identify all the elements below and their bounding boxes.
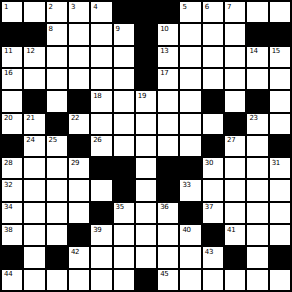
white-cell-r2c12[interactable]: 15 — [270, 47, 290, 67]
clue-number-41: 41 — [227, 226, 235, 234]
black-cell-r1c6 — [136, 24, 156, 44]
white-cell-r1c5[interactable]: 9 — [114, 24, 134, 44]
white-cell-r9c9[interactable]: 37 — [203, 203, 223, 223]
white-cell-r9c6[interactable] — [136, 203, 156, 223]
clue-number-34: 34 — [4, 203, 12, 211]
white-cell-r1c10[interactable] — [225, 24, 245, 44]
white-cell-r2c2[interactable] — [47, 47, 67, 67]
white-cell-r10c5[interactable] — [114, 225, 134, 245]
white-cell-r0c0[interactable]: 1 — [2, 2, 22, 22]
clue-number-24: 24 — [26, 136, 34, 144]
black-cell-r7c7 — [158, 158, 178, 178]
white-cell-r8c6[interactable] — [136, 180, 156, 200]
black-cell-r5c2 — [47, 114, 67, 134]
clue-number-30: 30 — [205, 159, 213, 167]
white-cell-r5c5[interactable] — [114, 114, 134, 134]
white-cell-r9c10[interactable] — [225, 203, 245, 223]
black-cell-r7c4 — [91, 158, 111, 178]
white-cell-r4c7[interactable] — [158, 91, 178, 111]
black-cell-r5c10 — [225, 114, 245, 134]
clue-number-8: 8 — [49, 25, 53, 33]
white-cell-r11c6[interactable] — [136, 247, 156, 267]
white-cell-r3c10[interactable] — [225, 69, 245, 89]
white-cell-r8c4[interactable] — [91, 180, 111, 200]
clue-number-3: 3 — [71, 3, 75, 11]
black-cell-r6c9 — [203, 136, 223, 156]
white-cell-r9c0[interactable]: 34 — [2, 203, 22, 223]
clue-number-6: 6 — [205, 3, 209, 11]
white-cell-r7c11[interactable] — [247, 158, 267, 178]
black-cell-r4c3 — [69, 91, 89, 111]
white-cell-r3c3[interactable] — [69, 69, 89, 89]
clue-number-40: 40 — [182, 226, 190, 234]
black-cell-r6c12 — [270, 136, 290, 156]
clue-number-39: 39 — [93, 226, 101, 234]
white-cell-r2c11[interactable]: 14 — [247, 47, 267, 67]
clue-number-9: 9 — [116, 25, 120, 33]
white-cell-r11c1[interactable] — [24, 247, 44, 267]
black-cell-r0c6 — [136, 2, 156, 22]
white-cell-r3c5[interactable] — [114, 69, 134, 89]
white-cell-r2c0[interactable]: 11 — [2, 47, 22, 67]
clue-number-27: 27 — [227, 136, 235, 144]
clue-number-11: 11 — [4, 47, 12, 55]
white-cell-r12c10[interactable] — [225, 270, 245, 290]
white-cell-r9c3[interactable] — [69, 203, 89, 223]
black-cell-r7c5 — [114, 158, 134, 178]
clue-number-36: 36 — [160, 203, 168, 211]
black-cell-r0c5 — [114, 2, 134, 22]
white-cell-r3c2[interactable] — [47, 69, 67, 89]
white-cell-r0c11[interactable] — [247, 2, 267, 22]
white-cell-r12c9[interactable] — [203, 270, 223, 290]
clue-number-32: 32 — [4, 181, 12, 189]
clue-number-12: 12 — [26, 47, 34, 55]
white-cell-r8c3[interactable] — [69, 180, 89, 200]
white-cell-r10c2[interactable] — [47, 225, 67, 245]
white-cell-r7c1[interactable] — [24, 158, 44, 178]
black-cell-r4c11 — [247, 91, 267, 111]
clue-number-14: 14 — [249, 47, 257, 55]
white-cell-r9c12[interactable] — [270, 203, 290, 223]
white-cell-r0c2[interactable]: 2 — [47, 2, 67, 22]
clue-number-23: 23 — [249, 114, 257, 122]
clue-number-19: 19 — [138, 92, 146, 100]
black-cell-r11c0 — [2, 247, 22, 267]
white-cell-r11c11[interactable] — [247, 247, 267, 267]
clue-number-1: 1 — [4, 3, 8, 11]
black-cell-r3c6 — [136, 69, 156, 89]
white-cell-r11c5[interactable] — [114, 247, 134, 267]
white-cell-r8c11[interactable] — [247, 180, 267, 200]
clue-number-43: 43 — [205, 248, 213, 256]
crossword-board: 1234567891011121314151617181920212223242… — [0, 0, 292, 292]
black-cell-r10c9 — [203, 225, 223, 245]
clue-number-13: 13 — [160, 47, 168, 55]
clue-number-16: 16 — [4, 69, 12, 77]
white-cell-r8c1[interactable] — [24, 180, 44, 200]
white-cell-r10c7[interactable] — [158, 225, 178, 245]
white-cell-r12c1[interactable] — [24, 270, 44, 290]
white-cell-r5c6[interactable] — [136, 114, 156, 134]
clue-number-20: 20 — [4, 114, 12, 122]
white-cell-r12c2[interactable] — [47, 270, 67, 290]
black-cell-r2c6 — [136, 47, 156, 67]
white-cell-r6c11[interactable] — [247, 136, 267, 156]
clue-number-26: 26 — [93, 136, 101, 144]
white-cell-r12c4[interactable] — [91, 270, 111, 290]
white-cell-r0c9[interactable]: 6 — [203, 2, 223, 22]
clue-number-7: 7 — [227, 3, 231, 11]
white-cell-r2c9[interactable] — [203, 47, 223, 67]
clue-number-15: 15 — [272, 47, 280, 55]
white-cell-r8c2[interactable] — [47, 180, 67, 200]
black-cell-r9c8 — [180, 203, 200, 223]
white-cell-r5c4[interactable] — [91, 114, 111, 134]
white-cell-r6c4[interactable]: 26 — [91, 136, 111, 156]
white-cell-r11c8[interactable] — [180, 247, 200, 267]
black-cell-r12c6 — [136, 270, 156, 290]
white-cell-r5c3[interactable]: 22 — [69, 114, 89, 134]
black-cell-r1c12 — [270, 24, 290, 44]
clue-number-28: 28 — [4, 159, 12, 167]
white-cell-r1c4[interactable] — [91, 24, 111, 44]
white-cell-r1c2[interactable]: 8 — [47, 24, 67, 44]
black-cell-r10c3 — [69, 225, 89, 245]
white-cell-r10c12[interactable] — [270, 225, 290, 245]
white-cell-r5c7[interactable] — [158, 114, 178, 134]
white-cell-r12c5[interactable] — [114, 270, 134, 290]
clue-number-38: 38 — [4, 226, 12, 234]
white-cell-r12c8[interactable] — [180, 270, 200, 290]
black-cell-r11c2 — [47, 247, 67, 267]
white-cell-r1c7[interactable]: 10 — [158, 24, 178, 44]
clue-number-31: 31 — [272, 159, 280, 167]
white-cell-r7c10[interactable] — [225, 158, 245, 178]
clue-number-22: 22 — [71, 114, 79, 122]
white-cell-r0c10[interactable]: 7 — [225, 2, 245, 22]
clue-number-29: 29 — [71, 159, 79, 167]
white-cell-r9c2[interactable] — [47, 203, 67, 223]
white-cell-r5c1[interactable]: 21 — [24, 114, 44, 134]
white-cell-r9c7[interactable]: 36 — [158, 203, 178, 223]
white-cell-r10c10[interactable]: 41 — [225, 225, 245, 245]
white-cell-r0c8[interactable]: 5 — [180, 2, 200, 22]
white-cell-r3c8[interactable] — [180, 69, 200, 89]
white-cell-r10c1[interactable] — [24, 225, 44, 245]
white-cell-r4c2[interactable] — [47, 91, 67, 111]
clue-number-4: 4 — [93, 3, 97, 11]
white-cell-r7c12[interactable]: 31 — [270, 158, 290, 178]
white-cell-r7c3[interactable]: 29 — [69, 158, 89, 178]
black-cell-r7c8 — [180, 158, 200, 178]
clue-number-21: 21 — [26, 114, 34, 122]
white-cell-r7c9[interactable]: 30 — [203, 158, 223, 178]
white-cell-r2c10[interactable] — [225, 47, 245, 67]
white-cell-r0c12[interactable] — [270, 2, 290, 22]
white-cell-r8c10[interactable] — [225, 180, 245, 200]
white-cell-r12c11[interactable] — [247, 270, 267, 290]
white-cell-r5c8[interactable] — [180, 114, 200, 134]
white-cell-r0c4[interactable]: 4 — [91, 2, 111, 22]
clue-number-35: 35 — [116, 203, 124, 211]
white-cell-r9c11[interactable] — [247, 203, 267, 223]
white-cell-r1c3[interactable] — [69, 24, 89, 44]
white-cell-r10c8[interactable]: 40 — [180, 225, 200, 245]
clue-number-10: 10 — [160, 25, 168, 33]
white-cell-r2c7[interactable]: 13 — [158, 47, 178, 67]
white-cell-r11c4[interactable] — [91, 247, 111, 267]
white-cell-r4c10[interactable] — [225, 91, 245, 111]
white-cell-r0c1[interactable] — [24, 2, 44, 22]
white-cell-r5c11[interactable]: 23 — [247, 114, 267, 134]
white-cell-r4c0[interactable] — [2, 91, 22, 111]
black-cell-r1c11 — [247, 24, 267, 44]
clue-number-18: 18 — [93, 92, 101, 100]
black-cell-r1c1 — [24, 24, 44, 44]
white-cell-r1c8[interactable] — [180, 24, 200, 44]
white-cell-r9c5[interactable]: 35 — [114, 203, 134, 223]
white-cell-r7c0[interactable]: 28 — [2, 158, 22, 178]
white-cell-r9c1[interactable] — [24, 203, 44, 223]
white-cell-r1c9[interactable] — [203, 24, 223, 44]
black-cell-r4c9 — [203, 91, 223, 111]
white-cell-r8c0[interactable]: 32 — [2, 180, 22, 200]
white-cell-r5c12[interactable] — [270, 114, 290, 134]
white-cell-r4c12[interactable] — [270, 91, 290, 111]
white-cell-r4c4[interactable]: 18 — [91, 91, 111, 111]
white-cell-r12c7[interactable]: 45 — [158, 270, 178, 290]
white-cell-r3c0[interactable]: 16 — [2, 69, 22, 89]
white-cell-r6c10[interactable]: 27 — [225, 136, 245, 156]
white-cell-r12c0[interactable]: 44 — [2, 270, 22, 290]
white-cell-r5c9[interactable] — [203, 114, 223, 134]
white-cell-r10c0[interactable]: 38 — [2, 225, 22, 245]
black-cell-r9c4 — [91, 203, 111, 223]
white-cell-r10c11[interactable] — [247, 225, 267, 245]
white-cell-r10c4[interactable]: 39 — [91, 225, 111, 245]
clue-number-33: 33 — [182, 181, 190, 189]
black-cell-r6c3 — [69, 136, 89, 156]
white-cell-r2c3[interactable] — [69, 47, 89, 67]
white-cell-r6c2[interactable]: 25 — [47, 136, 67, 156]
black-cell-r8c7 — [158, 180, 178, 200]
white-cell-r10c6[interactable] — [136, 225, 156, 245]
white-cell-r8c12[interactable] — [270, 180, 290, 200]
white-cell-r3c11[interactable] — [247, 69, 267, 89]
white-cell-r4c5[interactable] — [114, 91, 134, 111]
clue-number-45: 45 — [160, 270, 168, 278]
white-cell-r4c6[interactable]: 19 — [136, 91, 156, 111]
white-cell-r2c1[interactable]: 12 — [24, 47, 44, 67]
white-cell-r7c6[interactable] — [136, 158, 156, 178]
black-cell-r11c12 — [270, 247, 290, 267]
black-cell-r8c5 — [114, 180, 134, 200]
white-cell-r2c5[interactable] — [114, 47, 134, 67]
white-cell-r4c8[interactable] — [180, 91, 200, 111]
black-cell-r4c1 — [24, 91, 44, 111]
white-cell-r6c7[interactable] — [158, 136, 178, 156]
white-cell-r7c2[interactable] — [47, 158, 67, 178]
black-cell-r1c0 — [2, 24, 22, 44]
clue-number-37: 37 — [205, 203, 213, 211]
white-cell-r11c9[interactable]: 43 — [203, 247, 223, 267]
white-cell-r2c8[interactable] — [180, 47, 200, 67]
black-cell-r11c10 — [225, 247, 245, 267]
clue-number-25: 25 — [49, 136, 57, 144]
clue-number-44: 44 — [4, 270, 12, 278]
clue-number-2: 2 — [49, 3, 53, 11]
clue-number-17: 17 — [160, 69, 168, 77]
white-cell-r3c4[interactable] — [91, 69, 111, 89]
white-cell-r6c5[interactable] — [114, 136, 134, 156]
white-cell-r11c7[interactable] — [158, 247, 178, 267]
white-cell-r12c3[interactable] — [69, 270, 89, 290]
white-cell-r6c1[interactable]: 24 — [24, 136, 44, 156]
white-cell-r0c3[interactable]: 3 — [69, 2, 89, 22]
black-cell-r0c7 — [158, 2, 178, 22]
clue-number-5: 5 — [182, 3, 186, 11]
white-cell-r3c1[interactable] — [24, 69, 44, 89]
clue-number-42: 42 — [71, 248, 79, 256]
white-cell-r6c8[interactable] — [180, 136, 200, 156]
white-cell-r5c0[interactable]: 20 — [2, 114, 22, 134]
white-cell-r8c8[interactable]: 33 — [180, 180, 200, 200]
white-cell-r3c12[interactable] — [270, 69, 290, 89]
white-cell-r8c9[interactable] — [203, 180, 223, 200]
white-cell-r11c3[interactable]: 42 — [69, 247, 89, 267]
white-cell-r12c12[interactable] — [270, 270, 290, 290]
white-cell-r3c7[interactable]: 17 — [158, 69, 178, 89]
white-cell-r3c9[interactable] — [203, 69, 223, 89]
white-cell-r6c6[interactable] — [136, 136, 156, 156]
white-cell-r2c4[interactable] — [91, 47, 111, 67]
black-cell-r6c0 — [2, 136, 22, 156]
